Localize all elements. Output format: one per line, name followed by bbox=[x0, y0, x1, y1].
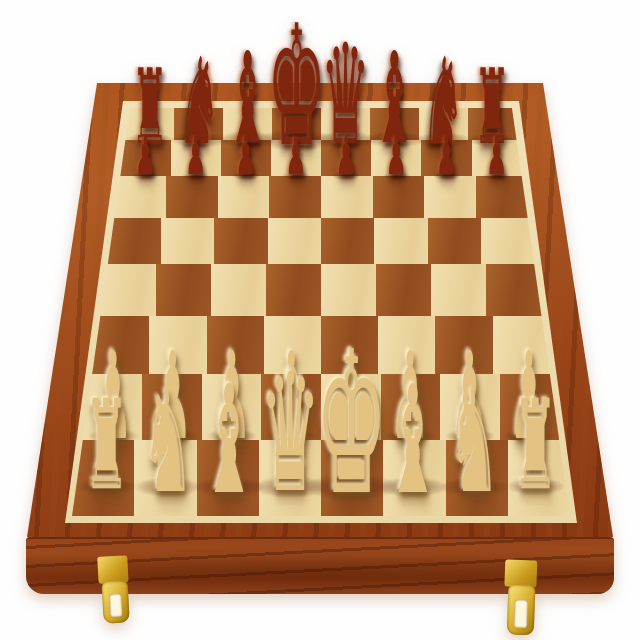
white-bishop-f1: ♝ bbox=[385, 364, 440, 514]
square-a5 bbox=[108, 218, 161, 264]
right-brass-latch-icon bbox=[499, 557, 546, 638]
black-pawn-g7: ♟ bbox=[436, 133, 457, 185]
rank-5 bbox=[108, 218, 534, 264]
square-h4 bbox=[486, 264, 541, 316]
white-king-e1: ♚ bbox=[315, 325, 387, 522]
chess-set-photo: ♜♞♝♚♛♝♞♜♟♟♟♟♟♟♟♟♟♟♟♟♟♟♟♟♜♞♝♛♚♝♞♜ bbox=[0, 0, 640, 640]
white-rook-h1: ♜ bbox=[513, 386, 558, 509]
white-rook-a1: ♜ bbox=[84, 386, 129, 509]
black-pawn-f7: ♟ bbox=[386, 133, 407, 185]
white-bishop-c1: ♝ bbox=[202, 364, 257, 514]
white-queen-d1: ♛ bbox=[260, 353, 320, 517]
square-c4 bbox=[211, 264, 266, 316]
black-pawn-a7: ♟ bbox=[135, 133, 156, 185]
left-brass-latch-icon bbox=[93, 553, 137, 627]
white-knight-b1: ♞ bbox=[142, 370, 194, 512]
black-pawn-d7: ♟ bbox=[285, 133, 306, 185]
square-a4 bbox=[100, 264, 155, 316]
square-g4 bbox=[431, 264, 486, 316]
scene: ♜♞♝♚♛♝♞♜♟♟♟♟♟♟♟♟♟♟♟♟♟♟♟♟♜♞♝♛♚♝♞♜ bbox=[0, 0, 640, 640]
square-e5 bbox=[321, 218, 374, 264]
square-h5 bbox=[481, 218, 534, 264]
wooden-box: ♜♞♝♚♛♝♞♜♟♟♟♟♟♟♟♟♟♟♟♟♟♟♟♟♜♞♝♛♚♝♞♜ bbox=[0, 0, 640, 640]
square-b5 bbox=[161, 218, 214, 264]
square-f5 bbox=[374, 218, 427, 264]
square-g5 bbox=[428, 218, 481, 264]
black-pawn-h7: ♟ bbox=[486, 133, 507, 185]
black-pawn-c7: ♟ bbox=[235, 133, 256, 185]
square-d4 bbox=[266, 264, 321, 316]
square-c5 bbox=[214, 218, 267, 264]
square-b4 bbox=[156, 264, 211, 316]
white-knight-g1: ♞ bbox=[448, 370, 500, 512]
black-pawn-b7: ♟ bbox=[185, 133, 206, 185]
square-d5 bbox=[268, 218, 321, 264]
black-pawn-e7: ♟ bbox=[335, 133, 356, 185]
